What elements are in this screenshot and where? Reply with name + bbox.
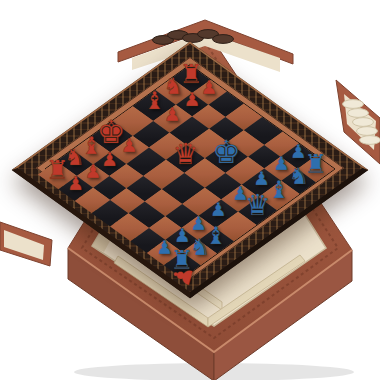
piece-red-bishop[interactable]: ♝ bbox=[143, 89, 165, 113]
piece-red-pawn[interactable]: ♟ bbox=[101, 150, 118, 169]
piece-red-pawn[interactable]: ♟ bbox=[201, 78, 218, 97]
checkers-disc[interactable] bbox=[353, 118, 374, 127]
piece-blue-pawn[interactable]: ♟ bbox=[210, 199, 227, 218]
checkers-disc[interactable] bbox=[357, 127, 378, 136]
piece-red-pawn[interactable]: ♟ bbox=[164, 104, 181, 123]
piece-blue-knight[interactable]: ♞ bbox=[288, 165, 309, 188]
checkers-disc[interactable] bbox=[348, 109, 369, 118]
piece-red-knight[interactable]: ♞ bbox=[163, 75, 184, 98]
checkers-disc[interactable] bbox=[360, 136, 380, 145]
checkers-disc[interactable] bbox=[343, 100, 364, 109]
piece-red-pawn[interactable]: ♟ bbox=[121, 135, 138, 154]
checkers-disc[interactable] bbox=[213, 35, 234, 44]
piece-red-pawn[interactable]: ♟ bbox=[184, 90, 201, 109]
piece-blue-pawn[interactable]: ♟ bbox=[272, 154, 289, 173]
piece-blue-bishop[interactable]: ♝ bbox=[268, 178, 290, 202]
piece-red-rook[interactable]: ♜ bbox=[46, 157, 69, 183]
piece-blue-queen[interactable]: ♛ bbox=[245, 191, 271, 220]
piece-red-pawn[interactable]: ♟ bbox=[85, 162, 102, 181]
piece-blue-pawn[interactable]: ♟ bbox=[173, 226, 190, 245]
chess-set-scene: ♜♟♟♜♞♟♟♞♝♟♚♟♝♛♟♛♚♟♟♝♟♟♝♞♟♟♞♜♟♟♜ ♟ bbox=[0, 0, 380, 380]
piece-red-pawn[interactable]: ♟ bbox=[67, 174, 84, 193]
